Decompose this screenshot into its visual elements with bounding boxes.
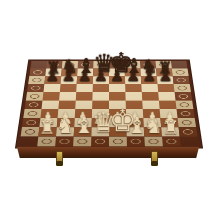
medallion-ring-icon — [26, 120, 36, 125]
square-b1[interactable]: ♞ — [56, 127, 74, 136]
square-a6[interactable] — [43, 84, 60, 92]
square-e3[interactable] — [109, 109, 126, 118]
frame-corner — [30, 61, 47, 68]
frame-corner — [171, 61, 188, 68]
medallion-ring-icon — [183, 129, 193, 134]
square-g8[interactable]: ♞ — [140, 68, 156, 76]
medallion-ring-icon — [176, 78, 185, 82]
ornament-medallion — [162, 137, 181, 147]
square-d8[interactable]: ♛ — [93, 68, 109, 76]
square-e7[interactable]: ♟ — [109, 76, 125, 84]
ornament-medallion — [26, 92, 44, 100]
medallion-ring-icon — [181, 111, 191, 116]
medallion-ring-icon — [95, 139, 105, 144]
white-pawn[interactable]: ♟ — [74, 111, 91, 127]
medallion-ring-icon — [166, 139, 176, 144]
square-c4[interactable] — [75, 101, 92, 110]
white-pawn[interactable]: ♟ — [161, 111, 178, 127]
ornament-medallion — [140, 61, 156, 68]
square-a3[interactable] — [40, 109, 58, 118]
square-e8[interactable]: ♚ — [109, 68, 125, 76]
medallion-ring-icon — [29, 102, 39, 107]
square-e4[interactable] — [109, 101, 126, 110]
medallion-ring-icon — [182, 120, 192, 125]
square-e2[interactable]: ♟ — [109, 118, 126, 127]
medallion-ring-icon — [33, 70, 42, 74]
square-f1[interactable]: ♝ — [126, 127, 144, 136]
square-h5[interactable] — [158, 92, 175, 100]
square-c8[interactable]: ♝ — [77, 68, 93, 76]
medallion-ring-icon — [131, 139, 141, 144]
medallion-ring-icon — [177, 86, 187, 91]
square-g4[interactable] — [142, 101, 159, 110]
ornament-medallion — [176, 101, 194, 110]
square-d7[interactable]: ♟ — [93, 76, 109, 84]
ornament-medallion — [62, 61, 78, 68]
frame-corner — [19, 137, 38, 147]
square-f3[interactable] — [126, 109, 143, 118]
medallion-ring-icon — [77, 139, 87, 144]
ornament-medallion — [22, 118, 40, 127]
square-f2[interactable]: ♟ — [126, 118, 144, 127]
ornament-medallion — [21, 127, 40, 136]
medallion-ring-icon — [178, 94, 188, 99]
square-d2[interactable]: ♟ — [92, 118, 109, 127]
square-f7[interactable]: ♟ — [125, 76, 141, 84]
board-frame: ♜♞♝♛♚♝♞♜♟♟♟♟♟♟♟♟♟♟♟♟♟♟♟♟♜♞♝♛♚♝♞♜ — [16, 60, 202, 148]
medallion-ring-icon — [113, 139, 123, 144]
medallion-ring-icon — [27, 111, 37, 116]
medallion-ring-icon — [128, 63, 137, 67]
white-pawn[interactable]: ♟ — [126, 111, 143, 127]
square-a7[interactable]: ♟ — [44, 76, 61, 84]
square-f6[interactable] — [125, 84, 142, 92]
medallion-ring-icon — [112, 63, 121, 67]
ornament-medallion — [127, 137, 145, 147]
ornament-medallion — [177, 109, 195, 118]
ornament-medallion — [175, 92, 193, 100]
medallion-ring-icon — [81, 63, 90, 67]
square-e1[interactable]: ♚ — [109, 127, 127, 136]
square-h2[interactable]: ♟ — [160, 118, 178, 127]
square-c6[interactable] — [76, 84, 93, 92]
square-b5[interactable] — [59, 92, 76, 100]
square-e6[interactable] — [109, 84, 125, 92]
square-a8[interactable]: ♜ — [45, 68, 62, 76]
ornament-medallion — [155, 61, 171, 68]
square-g2[interactable]: ♟ — [143, 118, 161, 127]
square-h7[interactable]: ♟ — [157, 76, 174, 84]
square-b4[interactable] — [58, 101, 75, 110]
ornament-medallion — [91, 137, 109, 147]
medallion-ring-icon — [97, 63, 106, 67]
square-c3[interactable] — [75, 109, 92, 118]
medallion-ring-icon — [32, 78, 41, 82]
ornament-medallion — [73, 137, 91, 147]
ornament-medallion — [93, 61, 109, 68]
white-pawn[interactable]: ♟ — [144, 111, 161, 127]
medallion-ring-icon — [65, 63, 74, 67]
ornament-medallion — [55, 137, 74, 147]
square-a1[interactable]: ♜ — [38, 127, 56, 136]
medallion-ring-icon — [30, 94, 40, 99]
ornament-medallion — [179, 127, 198, 136]
square-g6[interactable] — [141, 84, 158, 92]
frame-corner — [180, 137, 199, 147]
ornament-medallion — [29, 68, 46, 76]
white-pawn[interactable]: ♟ — [92, 111, 109, 127]
white-pawn[interactable]: ♟ — [39, 111, 56, 127]
medallion-ring-icon — [176, 70, 185, 74]
ornament-medallion — [78, 61, 94, 68]
square-a2[interactable]: ♟ — [39, 118, 57, 127]
square-f4[interactable] — [126, 101, 143, 110]
square-c1[interactable]: ♝ — [74, 127, 92, 136]
ornament-medallion — [144, 137, 163, 147]
ornament-medallion — [178, 118, 196, 127]
square-b6[interactable] — [60, 84, 77, 92]
medallion-ring-icon — [25, 129, 35, 134]
square-g3[interactable] — [143, 109, 161, 118]
square-d6[interactable] — [93, 84, 109, 92]
medallion-ring-icon — [144, 63, 153, 67]
square-f5[interactable] — [125, 92, 142, 100]
square-a4[interactable] — [41, 101, 59, 110]
square-g7[interactable]: ♟ — [141, 76, 158, 84]
medallion-ring-icon — [159, 63, 168, 67]
square-d1[interactable]: ♛ — [91, 127, 109, 136]
square-b7[interactable]: ♟ — [61, 76, 78, 84]
brass-latch-left-icon[interactable] — [56, 151, 63, 166]
medallion-ring-icon — [179, 102, 189, 107]
square-f8[interactable]: ♝ — [125, 68, 141, 76]
square-h6[interactable] — [157, 84, 174, 92]
square-b3[interactable] — [58, 109, 76, 118]
square-c2[interactable]: ♟ — [74, 118, 92, 127]
square-g5[interactable] — [142, 92, 159, 100]
square-h3[interactable] — [160, 109, 178, 118]
chess-board: ♜♞♝♛♚♝♞♜♟♟♟♟♟♟♟♟♟♟♟♟♟♟♟♟♜♞♝♛♚♝♞♜ — [19, 61, 199, 146]
medallion-ring-icon — [41, 139, 51, 144]
ornament-medallion — [109, 137, 127, 147]
ornament-medallion — [173, 76, 190, 84]
ornament-medallion — [28, 76, 45, 84]
square-a5[interactable] — [42, 92, 59, 100]
white-pawn[interactable]: ♟ — [57, 111, 74, 127]
chess-set-product-photo: ♜♞♝♛♚♝♞♜♟♟♟♟♟♟♟♟♟♟♟♟♟♟♟♟♜♞♝♛♚♝♞♜ — [0, 0, 218, 218]
ornament-medallion — [124, 61, 140, 68]
square-g1[interactable]: ♞ — [144, 127, 162, 136]
white-pawn[interactable]: ♟ — [109, 111, 126, 127]
ornament-medallion — [174, 84, 191, 92]
ornament-medallion — [37, 137, 56, 147]
board-3d-wrapper: ♜♞♝♛♚♝♞♜♟♟♟♟♟♟♟♟♟♟♟♟♟♟♟♟♜♞♝♛♚♝♞♜ — [16, 60, 202, 148]
ornament-medallion — [109, 61, 125, 68]
ornament-medallion — [27, 84, 44, 92]
ornament-medallion — [46, 61, 62, 68]
square-h4[interactable] — [159, 101, 177, 110]
square-c5[interactable] — [76, 92, 93, 100]
medallion-ring-icon — [59, 139, 69, 144]
medallion-ring-icon — [50, 63, 59, 67]
medallion-ring-icon — [31, 86, 41, 91]
ornament-medallion — [172, 68, 189, 76]
medallion-ring-icon — [148, 139, 158, 144]
square-e5[interactable] — [109, 92, 126, 100]
square-d3[interactable] — [92, 109, 109, 118]
board-front-edge — [17, 147, 199, 158]
square-h8[interactable]: ♜ — [156, 68, 173, 76]
square-h1[interactable]: ♜ — [161, 127, 179, 136]
square-b8[interactable]: ♞ — [61, 68, 77, 76]
square-d5[interactable] — [92, 92, 109, 100]
ornament-medallion — [23, 109, 41, 118]
square-b2[interactable]: ♟ — [57, 118, 75, 127]
square-c7[interactable]: ♟ — [77, 76, 93, 84]
ornament-medallion — [25, 101, 43, 110]
square-d4[interactable] — [92, 101, 109, 110]
brass-latch-right-icon[interactable] — [151, 151, 158, 166]
